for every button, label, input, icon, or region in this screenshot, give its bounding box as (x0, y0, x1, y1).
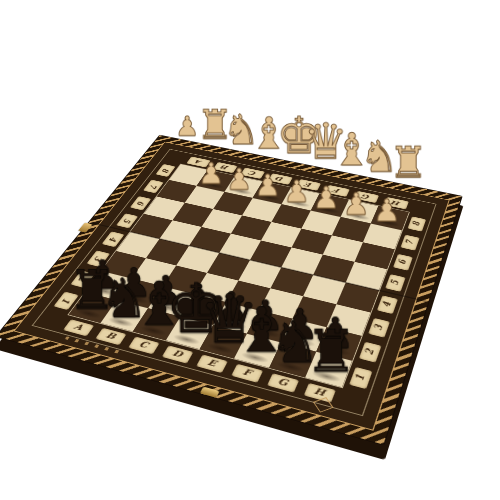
pawn-glyph: ♟ (224, 165, 254, 194)
piece-white-bishop: ♝ (332, 168, 361, 172)
piece-white-king: ♚ (276, 157, 305, 160)
piece-white-pawn: ♟ (311, 209, 342, 213)
rook-glyph: ♜ (197, 104, 225, 145)
chess-board: ABCDEFGH ABCDEFGH 87654321 87654321 ♟♟♟♟… (0, 135, 462, 444)
pawn-glyph: ♟ (371, 195, 403, 226)
bishop-glyph: ♝ (332, 128, 361, 172)
piece-black-knight: ♞ (269, 366, 307, 371)
pawn-glyph: ♟ (281, 177, 312, 207)
piece-white-bishop: ♝ (249, 152, 278, 155)
piece-black-knight: ♞ (100, 321, 136, 325)
bishop-glyph: ♝ (132, 274, 168, 334)
piece-black-bishop: ♝ (234, 357, 271, 362)
king-glyph: ♚ (276, 110, 305, 161)
bishop-glyph: ♝ (234, 299, 271, 361)
knight-glyph: ♞ (223, 109, 251, 150)
rook-glyph: ♜ (389, 140, 419, 183)
piece-white-queen: ♛ (304, 163, 333, 167)
pawn-glyph: ♟ (311, 183, 342, 213)
piece-white-knight: ♞ (360, 174, 389, 178)
coordinate-label: G (267, 373, 299, 392)
queen-glyph: ♛ (199, 285, 236, 352)
pawn-glyph: ♟ (341, 189, 372, 219)
piece-white-rook: ♜ (197, 141, 225, 144)
knight-glyph: ♞ (360, 135, 389, 178)
knight-glyph: ♞ (100, 272, 136, 326)
piece-black-rook: ♜ (305, 376, 343, 381)
king-glyph: ♚ (165, 275, 202, 344)
pawn-glyph: ♟ (252, 171, 282, 201)
rook-glyph: ♜ (305, 323, 343, 381)
piece-white-rook: ♜ (389, 180, 419, 184)
piece-white-knight: ♞ (223, 146, 251, 149)
queen-glyph: ♛ (304, 117, 333, 166)
piece-white-pawn: ♟ (341, 215, 372, 219)
scene: ABCDEFGH ABCDEFGH 87654321 87654321 ♟♟♟♟… (0, 0, 500, 500)
pawn-glyph: ♟ (196, 159, 226, 188)
bishop-glyph: ♝ (249, 112, 278, 155)
piece-white-pawn: ♟ (224, 190, 254, 194)
piece-black-queen: ♛ (199, 348, 236, 352)
piece-black-bishop: ♝ (132, 330, 168, 334)
piece-white-pawn: ♟ (196, 184, 226, 188)
piece-white-pawn: ♟ (371, 222, 403, 226)
piece-white-pawn: ♟ (252, 196, 282, 200)
product-photo-stage: ABCDEFGH ABCDEFGH 87654321 87654321 ♟♟♟♟… (0, 0, 500, 500)
knight-glyph: ♞ (269, 314, 307, 371)
rook-glyph: ♜ (68, 264, 103, 318)
piece-white-pawn: ♟ (281, 203, 312, 207)
piece-black-rook: ♜ (68, 313, 103, 317)
piece-black-king: ♚ (165, 339, 202, 343)
